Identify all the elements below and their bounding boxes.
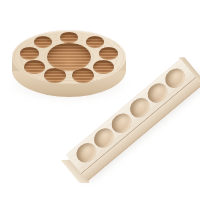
round-board-ring-pit-1: [60, 32, 78, 43]
round-board-ring-pit-2: [86, 36, 104, 48]
round-board-ring-pit-9: [34, 36, 52, 48]
round-board-ring-pit-8: [20, 47, 40, 60]
round-board-center-pit: [47, 43, 91, 71]
scene: [0, 0, 200, 200]
round-board-ring-pit-4: [93, 60, 114, 74]
round-pit-board: [12, 30, 126, 97]
round-board-ring-pit-3: [99, 47, 119, 60]
round-board-top-face: [12, 30, 126, 84]
round-board-ring-pit-7: [24, 60, 45, 74]
